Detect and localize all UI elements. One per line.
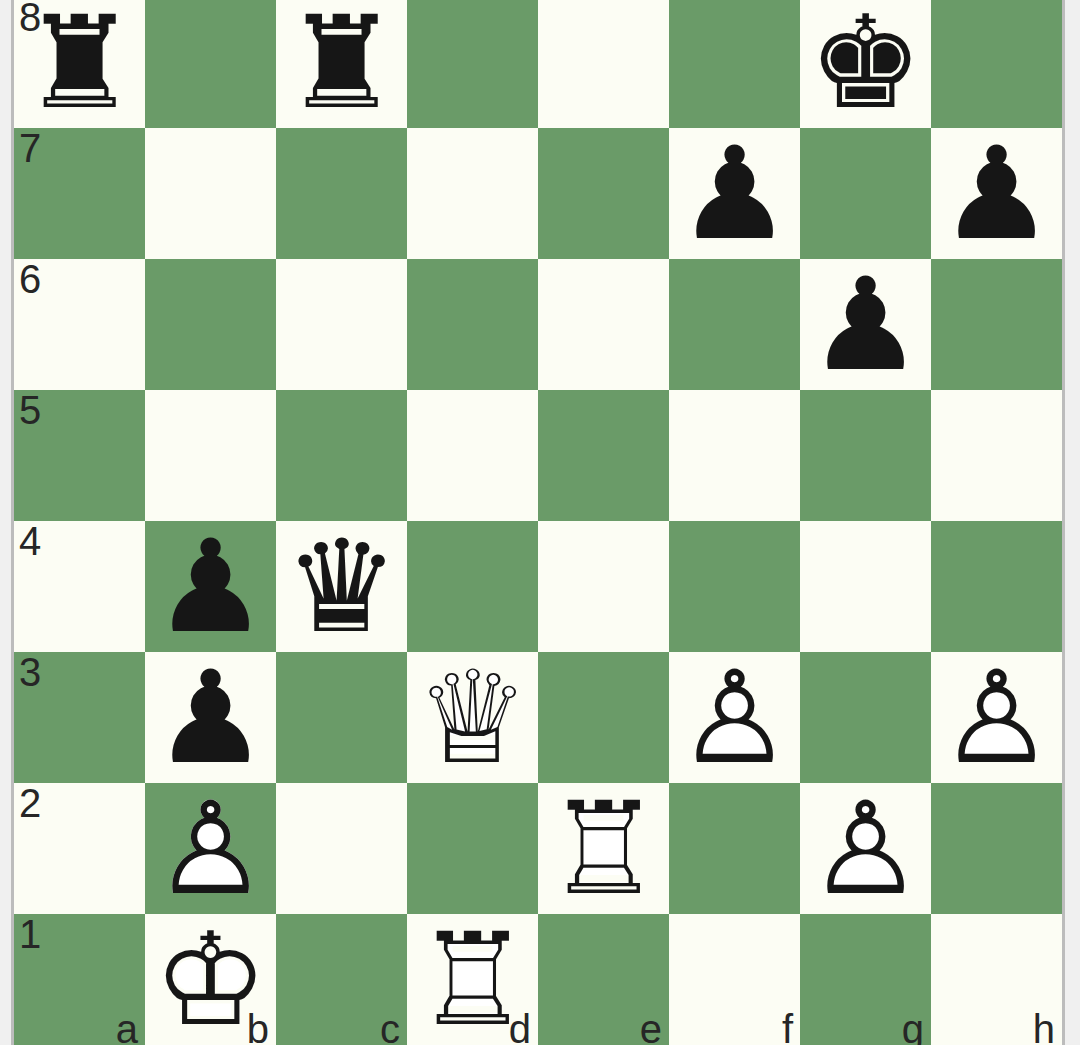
rank-label-6: 6	[19, 259, 41, 299]
square-b1[interactable]: b♚♔	[145, 914, 276, 1045]
square-a1[interactable]: 1a	[14, 914, 145, 1045]
square-f7[interactable]: ♟	[669, 128, 800, 259]
square-a7[interactable]: 7	[14, 128, 145, 259]
square-e5[interactable]	[538, 390, 669, 521]
square-c8[interactable]: ♜	[276, 0, 407, 128]
black-pawn-icon: ♟	[145, 652, 276, 783]
piece-black-pawn-b3[interactable]: ♟	[145, 652, 276, 783]
piece-white-queen-d3[interactable]: ♛♕	[407, 652, 538, 783]
square-d2[interactable]	[407, 783, 538, 914]
square-b6[interactable]	[145, 259, 276, 390]
rank-label-5: 5	[19, 390, 41, 430]
square-g4[interactable]	[800, 521, 931, 652]
square-g5[interactable]	[800, 390, 931, 521]
square-c7[interactable]	[276, 128, 407, 259]
square-h5[interactable]	[931, 390, 1062, 521]
square-c1[interactable]: c	[276, 914, 407, 1045]
square-a5[interactable]: 5	[14, 390, 145, 521]
square-c3[interactable]	[276, 652, 407, 783]
square-h8[interactable]	[931, 0, 1062, 128]
square-e2[interactable]: ♜♖	[538, 783, 669, 914]
white-pawn-outline-icon: ♙	[145, 783, 276, 914]
left-margin-strip	[0, 0, 14, 1045]
white-pawn-outline-icon: ♙	[669, 652, 800, 783]
black-queen-icon: ♛	[276, 521, 407, 652]
rank-label-2: 2	[19, 783, 41, 823]
black-pawn-icon: ♟	[800, 259, 931, 390]
piece-black-rook-a8[interactable]: ♜	[14, 0, 145, 128]
square-a2[interactable]: 2	[14, 783, 145, 914]
square-a3[interactable]: 3	[14, 652, 145, 783]
black-rook-icon: ♜	[14, 0, 145, 128]
square-h4[interactable]	[931, 521, 1062, 652]
piece-black-king-g8[interactable]: ♚	[800, 0, 931, 128]
square-b5[interactable]	[145, 390, 276, 521]
piece-black-queen-c4[interactable]: ♛	[276, 521, 407, 652]
square-e6[interactable]	[538, 259, 669, 390]
piece-white-pawn-g2[interactable]: ♟♙	[800, 783, 931, 914]
square-f8[interactable]	[669, 0, 800, 128]
piece-black-pawn-b4[interactable]: ♟	[145, 521, 276, 652]
file-label-a: a	[116, 1009, 138, 1045]
square-d5[interactable]	[407, 390, 538, 521]
square-f3[interactable]: ♟♙	[669, 652, 800, 783]
square-f6[interactable]	[669, 259, 800, 390]
black-king-icon: ♚	[800, 0, 931, 128]
square-d1[interactable]: d♜♖	[407, 914, 538, 1045]
black-rook-icon: ♜	[276, 0, 407, 128]
square-e3[interactable]	[538, 652, 669, 783]
square-d7[interactable]	[407, 128, 538, 259]
white-pawn-outline-icon: ♙	[800, 783, 931, 914]
file-label-f: f	[782, 1009, 793, 1045]
square-e7[interactable]	[538, 128, 669, 259]
piece-white-pawn-b2[interactable]: ♟♙	[145, 783, 276, 914]
square-h3[interactable]: ♟♙	[931, 652, 1062, 783]
black-pawn-icon: ♟	[931, 128, 1062, 259]
square-h1[interactable]: h	[931, 914, 1062, 1045]
white-king-outline-icon: ♔	[145, 914, 276, 1045]
square-d8[interactable]	[407, 0, 538, 128]
square-e4[interactable]	[538, 521, 669, 652]
square-a6[interactable]: 6	[14, 259, 145, 390]
black-pawn-icon: ♟	[669, 128, 800, 259]
square-f1[interactable]: f	[669, 914, 800, 1045]
file-label-e: e	[640, 1009, 662, 1045]
piece-white-pawn-f3[interactable]: ♟♙	[669, 652, 800, 783]
square-c6[interactable]	[276, 259, 407, 390]
square-a8[interactable]: 8♜	[14, 0, 145, 128]
square-f4[interactable]	[669, 521, 800, 652]
square-h2[interactable]	[931, 783, 1062, 914]
chess-app-page: 8♜♜♚7♟♟6♟54♟♛3♟♛♕♟♙♟♙2♟♙♜♖♟♙1ab♚♔cd♜♖efg…	[0, 0, 1080, 1045]
square-e1[interactable]: e	[538, 914, 669, 1045]
square-g2[interactable]: ♟♙	[800, 783, 931, 914]
white-rook-outline-icon: ♖	[538, 783, 669, 914]
square-c2[interactable]	[276, 783, 407, 914]
rank-label-1: 1	[19, 914, 41, 954]
piece-white-rook-e2[interactable]: ♜♖	[538, 783, 669, 914]
square-c4[interactable]: ♛	[276, 521, 407, 652]
square-b2[interactable]: ♟♙	[145, 783, 276, 914]
square-g8[interactable]: ♚	[800, 0, 931, 128]
file-label-g: g	[902, 1009, 924, 1045]
piece-white-pawn-h3[interactable]: ♟♙	[931, 652, 1062, 783]
square-g7[interactable]	[800, 128, 931, 259]
square-b3[interactable]: ♟	[145, 652, 276, 783]
square-d3[interactable]: ♛♕	[407, 652, 538, 783]
rank-label-7: 7	[19, 128, 41, 168]
square-c5[interactable]	[276, 390, 407, 521]
square-g6[interactable]: ♟	[800, 259, 931, 390]
square-h6[interactable]	[931, 259, 1062, 390]
piece-black-pawn-g6[interactable]: ♟	[800, 259, 931, 390]
square-g1[interactable]: g	[800, 914, 931, 1045]
square-f5[interactable]	[669, 390, 800, 521]
white-pawn-outline-icon: ♙	[931, 652, 1062, 783]
white-queen-outline-icon: ♕	[407, 652, 538, 783]
square-b7[interactable]	[145, 128, 276, 259]
square-f2[interactable]	[669, 783, 800, 914]
square-e8[interactable]	[538, 0, 669, 128]
right-margin-strip	[1062, 0, 1080, 1045]
square-b8[interactable]	[145, 0, 276, 128]
piece-black-pawn-f7[interactable]: ♟	[669, 128, 800, 259]
file-label-h: h	[1033, 1009, 1055, 1045]
square-b4[interactable]: ♟	[145, 521, 276, 652]
black-pawn-icon: ♟	[145, 521, 276, 652]
square-d6[interactable]	[407, 259, 538, 390]
rank-label-3: 3	[19, 652, 41, 692]
piece-white-king-b1[interactable]: ♚♔	[145, 914, 276, 1045]
piece-white-rook-d1[interactable]: ♜♖	[407, 914, 538, 1045]
piece-black-rook-c8[interactable]: ♜	[276, 0, 407, 128]
piece-black-pawn-h7[interactable]: ♟	[931, 128, 1062, 259]
rank-label-4: 4	[19, 521, 41, 561]
square-d4[interactable]	[407, 521, 538, 652]
chess-board: 8♜♜♚7♟♟6♟54♟♛3♟♛♕♟♙♟♙2♟♙♜♖♟♙1ab♚♔cd♜♖efg…	[14, 0, 1062, 1045]
square-g3[interactable]	[800, 652, 931, 783]
white-rook-outline-icon: ♖	[407, 914, 538, 1045]
file-label-c: c	[380, 1009, 400, 1045]
square-h7[interactable]: ♟	[931, 128, 1062, 259]
square-a4[interactable]: 4	[14, 521, 145, 652]
